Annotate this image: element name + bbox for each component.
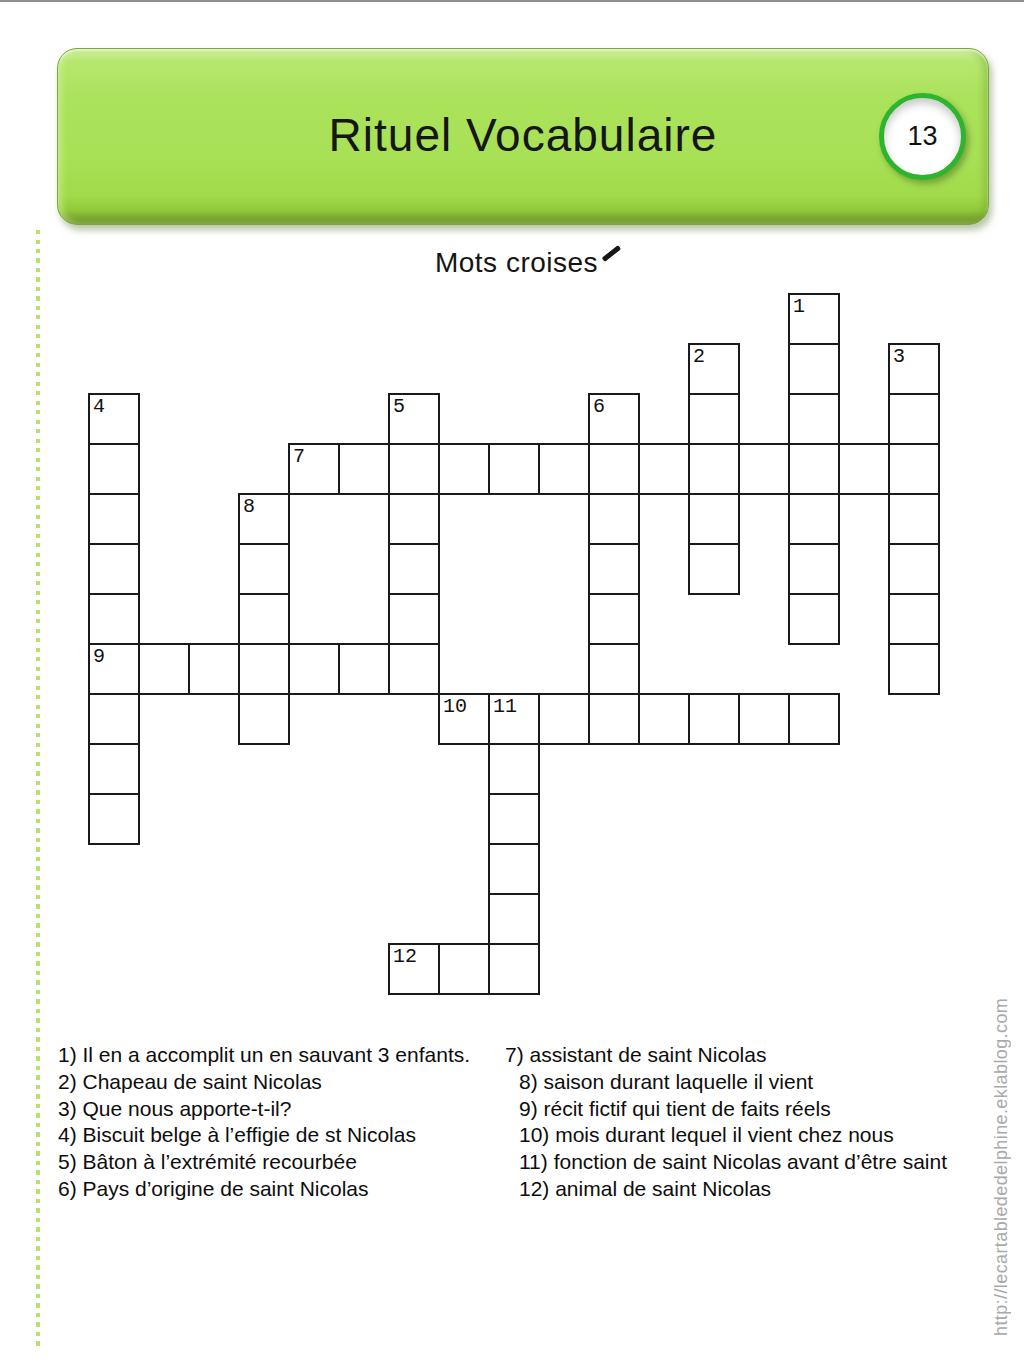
grid-cell[interactable] (788, 493, 840, 545)
grid-cell[interactable] (688, 693, 740, 745)
page-number: 13 (907, 121, 937, 152)
grid-cell[interactable] (288, 643, 340, 695)
grid-cell[interactable] (388, 543, 440, 595)
grid-cell[interactable] (588, 543, 640, 595)
cell-number: 2 (693, 347, 705, 367)
grid-cell[interactable]: 6 (588, 393, 640, 445)
grid-cell[interactable]: 1 (788, 293, 840, 345)
clue-item: 7) assistant de saint Nicolas (505, 1042, 947, 1069)
cell-number: 6 (593, 397, 605, 417)
grid-cell[interactable] (888, 493, 940, 545)
grid-cell[interactable] (788, 393, 840, 445)
grid-cell[interactable]: 12 (388, 943, 440, 995)
grid-cell[interactable]: 11 (488, 693, 540, 745)
grid-cell[interactable] (238, 593, 290, 645)
grid-cell[interactable] (88, 543, 140, 595)
subtitle-text: Mots croises (435, 247, 598, 278)
grid-cell[interactable] (688, 543, 740, 595)
page-title: Rituel Vocabulaire (58, 108, 988, 162)
grid-cell[interactable] (738, 443, 790, 495)
grid-cell[interactable] (488, 843, 540, 895)
grid-cell[interactable]: 8 (238, 493, 290, 545)
puzzle-subtitle: Mots croises (435, 247, 619, 279)
grid-cell[interactable] (388, 593, 440, 645)
grid-cell[interactable] (788, 593, 840, 645)
grid-cell[interactable] (488, 793, 540, 845)
grid-cell[interactable] (88, 443, 140, 495)
cell-number: 12 (393, 947, 417, 967)
clue-item: 1) Il en a accomplit un en sauvant 3 enf… (58, 1042, 470, 1069)
crossword-grid: 123456789101112 (88, 293, 940, 995)
grid-cell[interactable] (788, 343, 840, 395)
grid-cell[interactable] (88, 693, 140, 745)
cell-number: 7 (293, 447, 305, 467)
grid-cell[interactable] (788, 443, 840, 495)
grid-cell[interactable] (838, 443, 890, 495)
cell-number: 8 (243, 497, 255, 517)
website-watermark: http://lecartablededelphine.eklablog.com (991, 960, 1012, 1336)
grid-cell[interactable] (788, 543, 840, 595)
grid-cell[interactable]: 2 (688, 343, 740, 395)
cell-number: 11 (493, 697, 517, 717)
grid-cell[interactable] (888, 543, 940, 595)
grid-cell[interactable] (538, 693, 590, 745)
clues-right-column: 7) assistant de saint Nicolas8) saison d… (505, 1042, 947, 1203)
clue-item: 9) récit fictif qui tient de faits réels (505, 1096, 947, 1123)
grid-cell[interactable] (538, 443, 590, 495)
grid-cell[interactable] (588, 493, 640, 545)
cell-number: 1 (793, 297, 805, 317)
grid-cell[interactable] (88, 743, 140, 795)
cell-number: 4 (93, 397, 105, 417)
grid-cell[interactable] (138, 643, 190, 695)
clue-item: 11) fonction de saint Nicolas avant d’êt… (505, 1149, 947, 1176)
cell-number: 10 (443, 697, 467, 717)
grid-cell[interactable] (238, 543, 290, 595)
grid-cell[interactable] (888, 393, 940, 445)
grid-cell[interactable] (388, 493, 440, 545)
acute-accent-stroke (602, 245, 622, 262)
grid-cell[interactable]: 9 (88, 643, 140, 695)
clue-item: 10) mois durant lequel il vient chez nou… (505, 1122, 947, 1149)
grid-cell[interactable] (588, 443, 640, 495)
clues-left-column: 1) Il en a accomplit un en sauvant 3 enf… (58, 1042, 470, 1203)
grid-cell[interactable] (488, 943, 540, 995)
grid-cell[interactable] (788, 693, 840, 745)
grid-cell[interactable] (588, 643, 640, 695)
grid-cell[interactable] (688, 393, 740, 445)
grid-cell[interactable] (388, 443, 440, 495)
clue-item: 8) saison durant laquelle il vient (505, 1069, 947, 1096)
grid-cell[interactable] (888, 643, 940, 695)
grid-cell[interactable] (88, 593, 140, 645)
clue-item: 4) Biscuit belge à l’effigie de st Nicol… (58, 1122, 470, 1149)
grid-cell[interactable] (888, 443, 940, 495)
clue-item: 6) Pays d’origine de saint Nicolas (58, 1176, 470, 1203)
cell-number: 3 (893, 347, 905, 367)
grid-cell[interactable] (588, 593, 640, 645)
clue-item: 2) Chapeau de saint Nicolas (58, 1069, 470, 1096)
page-number-badge: 13 (879, 93, 966, 180)
grid-cell[interactable] (338, 443, 390, 495)
title-banner: Rituel Vocabulaire 13 (57, 48, 989, 225)
grid-cell[interactable] (688, 493, 740, 545)
grid-cell[interactable] (688, 443, 740, 495)
grid-cell[interactable]: 10 (438, 693, 490, 745)
grid-cell[interactable] (438, 443, 490, 495)
cell-number: 9 (93, 647, 105, 667)
grid-cell[interactable] (338, 643, 390, 695)
grid-cell[interactable] (488, 743, 540, 795)
grid-cell[interactable] (238, 643, 290, 695)
grid-cell[interactable] (188, 643, 240, 695)
grid-cell[interactable] (488, 893, 540, 945)
grid-cell[interactable] (488, 443, 540, 495)
clue-item: 12) animal de saint Nicolas (505, 1176, 947, 1203)
clue-item: 3) Que nous apporte-t-il? (58, 1096, 470, 1123)
cell-number: 5 (393, 397, 405, 417)
grid-cell[interactable] (888, 593, 940, 645)
grid-cell[interactable] (588, 693, 640, 745)
grid-cell[interactable]: 7 (288, 443, 340, 495)
grid-cell[interactable] (88, 493, 140, 545)
grid-cell[interactable] (388, 643, 440, 695)
grid-cell[interactable] (638, 693, 690, 745)
clue-item: 5) Bâton à l’extrémité recourbée (58, 1149, 470, 1176)
grid-cell[interactable]: 4 (88, 393, 140, 445)
page-top-edge (0, 0, 1024, 2)
grid-cell[interactable] (438, 943, 490, 995)
grid-cell[interactable]: 5 (388, 393, 440, 445)
grid-cell[interactable] (88, 793, 140, 845)
grid-cell[interactable]: 3 (888, 343, 940, 395)
grid-cell[interactable] (238, 693, 290, 745)
grid-cell[interactable] (638, 443, 690, 495)
dotted-border-left (36, 230, 40, 1348)
grid-cell[interactable] (738, 693, 790, 745)
